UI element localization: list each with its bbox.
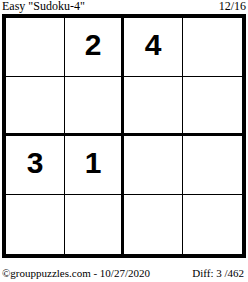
- difficulty-text: Diff: 3 /462: [192, 267, 244, 280]
- cell-r1c3[interactable]: 4: [124, 18, 183, 77]
- cell-r3c4[interactable]: [183, 136, 242, 195]
- cell-r4c4[interactable]: [183, 195, 242, 254]
- cell-r4c1[interactable]: [6, 195, 65, 254]
- cell-r2c3[interactable]: [124, 77, 183, 136]
- cell-r4c2[interactable]: [65, 195, 124, 254]
- cell-r2c1[interactable]: [6, 77, 65, 136]
- cell-r1c1[interactable]: [6, 18, 65, 77]
- copyright-text: ©grouppuzzles.com - 10/27/2020: [2, 267, 150, 280]
- cell-r3c2[interactable]: 1: [65, 136, 124, 195]
- cell-r1c2[interactable]: 2: [65, 18, 124, 77]
- cell-r2c4[interactable]: [183, 77, 242, 136]
- footer: ©grouppuzzles.com - 10/27/2020 Diff: 3 /…: [2, 267, 244, 280]
- header: Easy "Sudoku-4" 12/16: [2, 0, 246, 13]
- cell-r3c3[interactable]: [124, 136, 183, 195]
- cell-r4c3[interactable]: [124, 195, 183, 254]
- clue-counter: 12/16: [219, 0, 246, 13]
- sudoku-board: 2 4 3 1: [2, 14, 246, 258]
- puzzle-title: Easy "Sudoku-4": [2, 0, 85, 13]
- cell-r1c4[interactable]: [183, 18, 242, 77]
- puzzle-page: Easy "Sudoku-4" 12/16 2 4 3 1 ©grouppuzz…: [0, 0, 248, 282]
- cell-r3c1[interactable]: 3: [6, 136, 65, 195]
- cell-r2c2[interactable]: [65, 77, 124, 136]
